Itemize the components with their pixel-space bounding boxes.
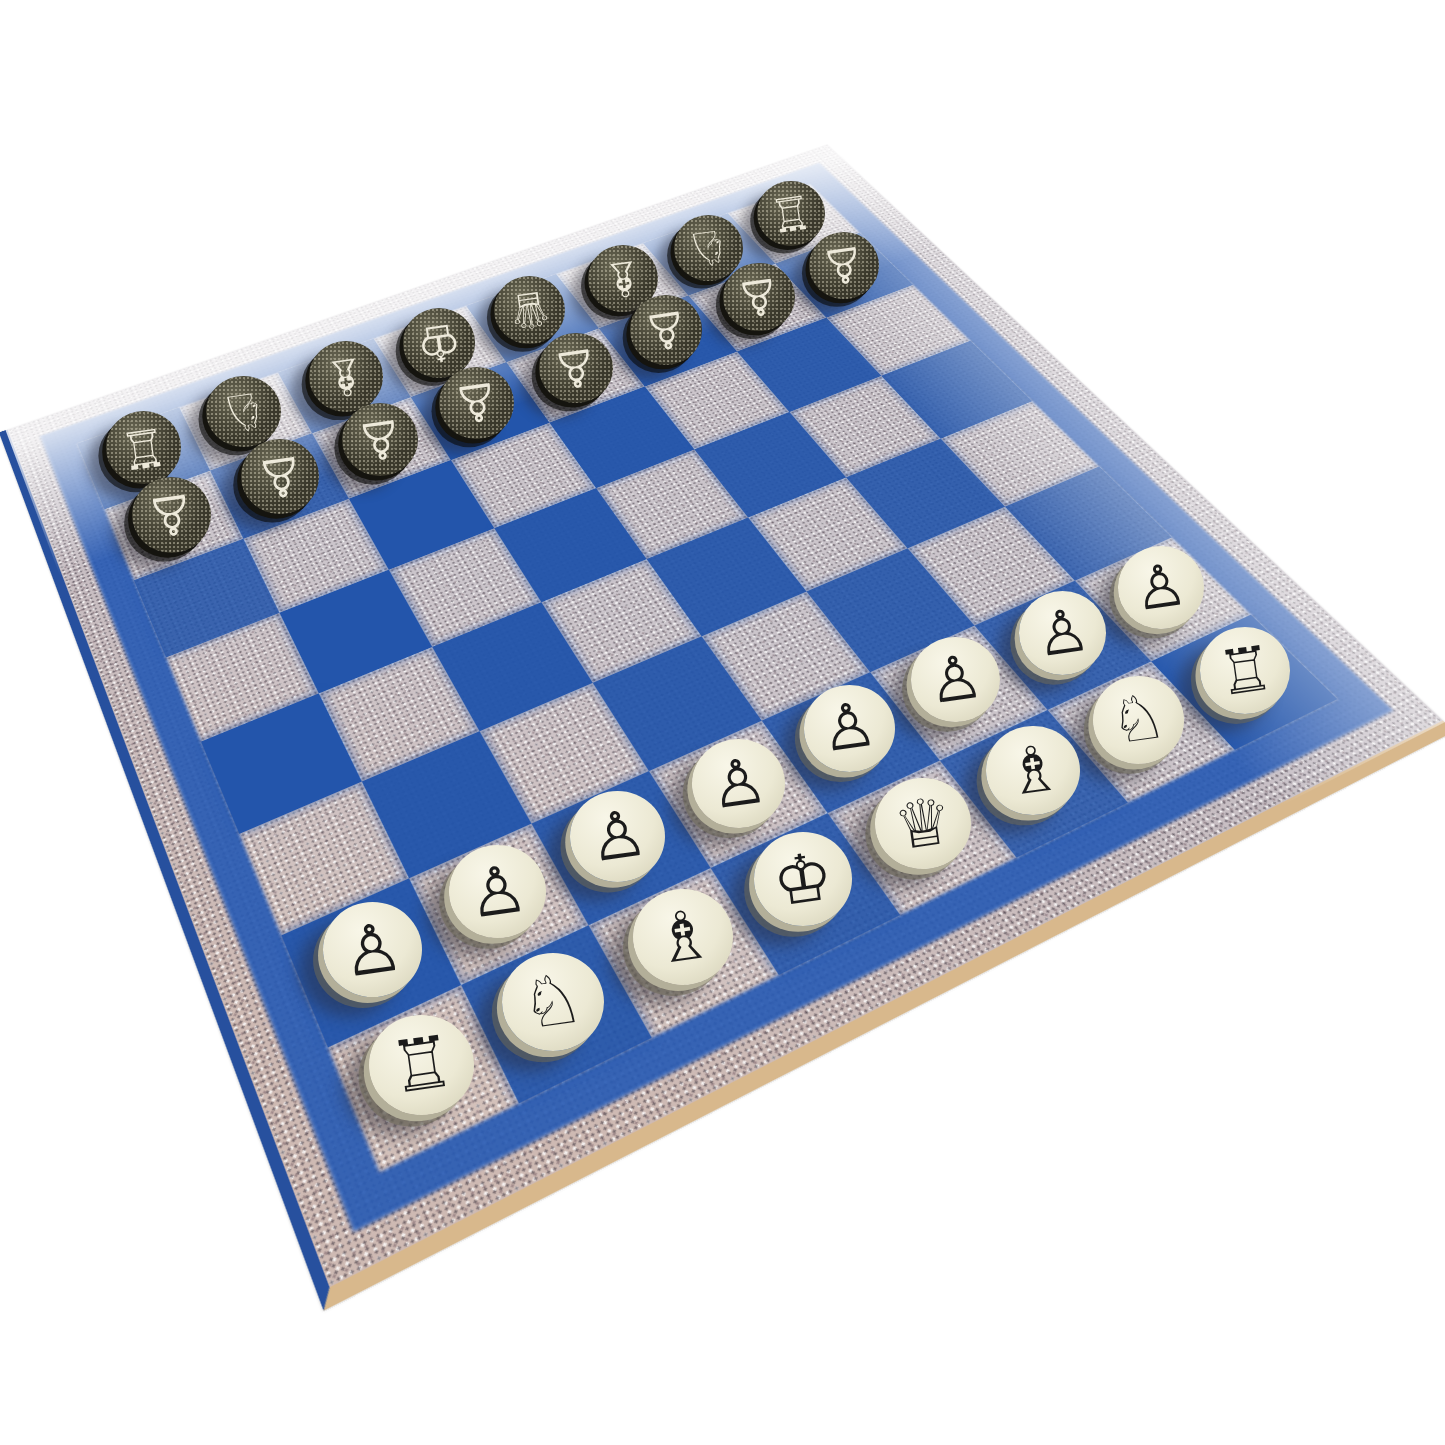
black-pawn-f7[interactable]: ♙ [342,403,418,476]
white-pawn-f2[interactable]: ♙ [570,791,665,882]
black-pawn-icon: ♙ [819,239,868,292]
white-pawn-e2[interactable]: ♙ [692,739,785,828]
black-knight-g8[interactable]: ♘ [206,376,281,448]
white-pawn-icon: ♙ [464,855,532,929]
black-pawn-icon: ♙ [451,374,503,431]
black-pawn-g7[interactable]: ♙ [241,439,319,514]
white-pawn-icon: ♙ [706,748,771,819]
black-knight-b8[interactable]: ♘ [674,215,743,281]
black-bishop-f8[interactable]: ♗ [309,341,383,412]
white-pawn-icon: ♙ [817,694,881,763]
black-pawn-h7[interactable]: ♙ [132,477,211,553]
black-pawn-e7[interactable]: ♙ [439,367,514,439]
white-knight-icon: ♘ [517,963,588,1040]
white-king-icon: ♔ [769,842,837,916]
white-pawn-icon: ♙ [924,646,986,714]
black-king-icon: ♔ [414,315,464,370]
white-knight-icon: ♘ [1106,685,1170,755]
white-knight-g1[interactable]: ♘ [502,953,604,1051]
white-rook-a1[interactable]: ♖ [1200,627,1290,713]
black-rook-a8[interactable]: ♖ [757,181,825,246]
black-queen-icon: ♕ [505,283,555,337]
black-pawn-a7[interactable]: ♙ [809,232,880,300]
white-pawn-b2[interactable]: ♙ [1019,591,1107,675]
black-pawn-icon: ♙ [550,340,602,396]
black-king-e8[interactable]: ♔ [403,308,475,377]
white-rook-h1[interactable]: ♖ [369,1015,473,1115]
white-bishop-f1[interactable]: ♗ [633,889,733,985]
black-rook-icon: ♖ [117,419,170,477]
white-pawn-d2[interactable]: ♙ [804,685,895,773]
white-bishop-icon: ♗ [1000,735,1065,806]
black-pawn-icon: ♙ [641,302,692,357]
black-pawn-b7[interactable]: ♙ [723,263,795,332]
white-pawn-a2[interactable]: ♙ [1118,546,1204,629]
white-knight-b1[interactable]: ♘ [1093,676,1185,764]
white-pawn-h2[interactable]: ♙ [323,902,422,997]
white-queen-icon: ♕ [890,787,957,859]
white-rook-icon: ♖ [385,1025,458,1104]
black-pawn-c7[interactable]: ♙ [630,295,703,365]
white-pawn-icon: ♙ [585,801,651,873]
black-pawn-d7[interactable]: ♙ [539,333,613,404]
chess-board [0,144,1445,1311]
white-bishop-c1[interactable]: ♗ [986,726,1080,816]
white-king-e1[interactable]: ♔ [754,832,852,926]
black-knight-icon: ♘ [217,383,269,440]
white-pawn-g2[interactable]: ♙ [449,845,546,938]
black-pawn-icon: ♙ [354,410,407,468]
white-bishop-icon: ♗ [648,899,718,975]
black-bishop-icon: ♗ [599,252,648,305]
white-pawn-icon: ♙ [337,912,406,987]
photo-scene: ♖♘♗♕♔♗♘♖♙♙♙♙♙♙♙♙♙♙♙♙♙♙♙♙♖♘♗♕♔♗♘♖ [0,0,1445,1445]
white-queen-d1[interactable]: ♕ [875,778,971,870]
black-bishop-icon: ♗ [320,349,371,405]
black-pawn-icon: ♙ [253,447,307,506]
white-pawn-icon: ♙ [1131,555,1191,620]
black-queen-d8[interactable]: ♕ [494,276,565,344]
black-knight-icon: ♘ [684,222,732,274]
white-rook-icon: ♖ [1214,636,1277,704]
black-pawn-icon: ♙ [734,270,784,324]
black-pawn-icon: ♙ [144,485,199,545]
white-pawn-c2[interactable]: ♙ [911,637,1000,723]
white-pawn-icon: ♙ [1032,599,1093,665]
black-rook-icon: ♖ [767,188,814,240]
black-rook-h8[interactable]: ♖ [106,411,182,484]
